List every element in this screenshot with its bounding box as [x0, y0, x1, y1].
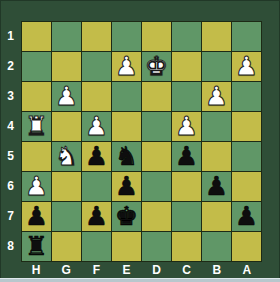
file-label-f: F	[81, 262, 111, 278]
square-a6[interactable]	[232, 172, 261, 201]
square-a5[interactable]	[232, 142, 261, 171]
square-h7[interactable]: ♟	[22, 202, 51, 231]
square-a3[interactable]	[232, 82, 261, 111]
rank-label-6: 6	[0, 171, 21, 201]
square-c6[interactable]	[172, 172, 201, 201]
square-c5[interactable]: ♟	[172, 142, 201, 171]
square-h3[interactable]	[22, 82, 51, 111]
file-label-h: H	[21, 262, 51, 278]
square-b4[interactable]	[202, 112, 231, 141]
file-label-d: D	[142, 262, 172, 278]
square-c8[interactable]	[172, 232, 201, 261]
chessboard-widget: 12345678 ♟♚♟♟♟♜♟♟♞♟♞♟♟♟♟♟♟♚♟♜ HGFEDCBA	[0, 0, 280, 282]
square-d5[interactable]	[142, 142, 171, 171]
square-f6[interactable]	[82, 172, 111, 201]
square-g7[interactable]	[52, 202, 81, 231]
square-f7[interactable]: ♟	[82, 202, 111, 231]
black-pawn[interactable]: ♟	[205, 172, 228, 201]
black-knight[interactable]: ♞	[115, 142, 138, 171]
square-g4[interactable]	[52, 112, 81, 141]
square-g8[interactable]	[52, 232, 81, 261]
square-b8[interactable]	[202, 232, 231, 261]
square-d3[interactable]	[142, 82, 171, 111]
square-b2[interactable]	[202, 52, 231, 81]
white-pawn[interactable]: ♟	[25, 172, 48, 201]
square-a4[interactable]	[232, 112, 261, 141]
square-g2[interactable]	[52, 52, 81, 81]
black-pawn[interactable]: ♟	[175, 142, 198, 171]
square-b7[interactable]	[202, 202, 231, 231]
white-king[interactable]: ♚	[145, 52, 168, 81]
file-label-g: G	[51, 262, 81, 278]
square-h2[interactable]	[22, 52, 51, 81]
square-b5[interactable]	[202, 142, 231, 171]
black-pawn[interactable]: ♟	[85, 202, 108, 231]
square-e8[interactable]	[112, 232, 141, 261]
square-c7[interactable]	[172, 202, 201, 231]
black-pawn[interactable]: ♟	[235, 202, 258, 231]
black-king[interactable]: ♚	[115, 202, 138, 231]
window-edge-strip	[0, 278, 280, 282]
black-rook[interactable]: ♜	[25, 232, 48, 261]
square-c3[interactable]	[172, 82, 201, 111]
rank-label-8: 8	[0, 231, 21, 261]
square-e6[interactable]: ♟	[112, 172, 141, 201]
file-label-e: E	[111, 262, 141, 278]
chess-board[interactable]: ♟♚♟♟♟♜♟♟♞♟♞♟♟♟♟♟♟♚♟♜	[21, 21, 262, 262]
square-d7[interactable]	[142, 202, 171, 231]
square-e4[interactable]	[112, 112, 141, 141]
white-knight[interactable]: ♞	[55, 142, 78, 171]
square-d2[interactable]: ♚	[142, 52, 171, 81]
square-h8[interactable]: ♜	[22, 232, 51, 261]
square-h6[interactable]: ♟	[22, 172, 51, 201]
square-g1[interactable]	[52, 22, 81, 51]
square-e7[interactable]: ♚	[112, 202, 141, 231]
square-h5[interactable]	[22, 142, 51, 171]
white-pawn[interactable]: ♟	[175, 112, 198, 141]
square-e1[interactable]	[112, 22, 141, 51]
black-pawn[interactable]: ♟	[25, 202, 48, 231]
square-f1[interactable]	[82, 22, 111, 51]
white-pawn[interactable]: ♟	[85, 112, 108, 141]
square-a7[interactable]: ♟	[232, 202, 261, 231]
square-c2[interactable]	[172, 52, 201, 81]
square-a1[interactable]	[232, 22, 261, 51]
square-d1[interactable]	[142, 22, 171, 51]
square-a8[interactable]	[232, 232, 261, 261]
white-pawn[interactable]: ♟	[115, 52, 138, 81]
file-label-b: B	[202, 262, 232, 278]
square-d8[interactable]	[142, 232, 171, 261]
square-f5[interactable]: ♟	[82, 142, 111, 171]
square-h1[interactable]	[22, 22, 51, 51]
white-rook[interactable]: ♜	[25, 112, 48, 141]
square-g3[interactable]: ♟	[52, 82, 81, 111]
rank-label-1: 1	[0, 21, 21, 51]
rank-labels: 12345678	[0, 21, 21, 261]
square-d4[interactable]	[142, 112, 171, 141]
white-pawn[interactable]: ♟	[235, 52, 258, 81]
square-a2[interactable]: ♟	[232, 52, 261, 81]
square-e2[interactable]: ♟	[112, 52, 141, 81]
file-labels: HGFEDCBA	[21, 262, 262, 278]
black-pawn[interactable]: ♟	[115, 172, 138, 201]
square-d6[interactable]	[142, 172, 171, 201]
square-f4[interactable]: ♟	[82, 112, 111, 141]
square-b6[interactable]: ♟	[202, 172, 231, 201]
square-e3[interactable]	[112, 82, 141, 111]
square-g5[interactable]: ♞	[52, 142, 81, 171]
square-f3[interactable]	[82, 82, 111, 111]
rank-label-7: 7	[0, 201, 21, 231]
rank-label-2: 2	[0, 51, 21, 81]
rank-label-5: 5	[0, 141, 21, 171]
square-g6[interactable]	[52, 172, 81, 201]
file-label-c: C	[172, 262, 202, 278]
white-pawn[interactable]: ♟	[55, 82, 78, 111]
rank-label-4: 4	[0, 111, 21, 141]
square-c4[interactable]: ♟	[172, 112, 201, 141]
square-c1[interactable]	[172, 22, 201, 51]
black-pawn[interactable]: ♟	[85, 142, 108, 171]
rank-label-3: 3	[0, 81, 21, 111]
square-e5[interactable]: ♞	[112, 142, 141, 171]
square-f8[interactable]	[82, 232, 111, 261]
square-b1[interactable]	[202, 22, 231, 51]
square-f2[interactable]	[82, 52, 111, 81]
square-b3[interactable]: ♟	[202, 82, 231, 111]
white-pawn[interactable]: ♟	[205, 82, 228, 111]
file-label-a: A	[232, 262, 262, 278]
square-h4[interactable]: ♜	[22, 112, 51, 141]
